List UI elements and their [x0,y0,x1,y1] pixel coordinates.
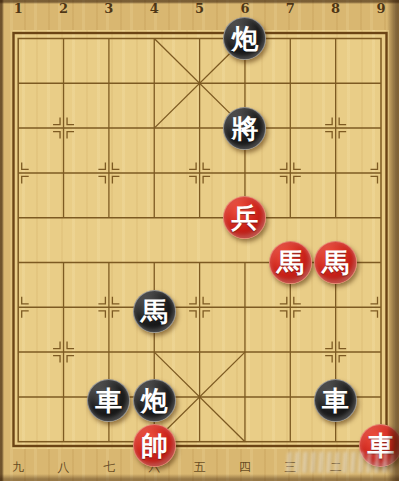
black-general-piece[interactable]: 將 [223,107,266,150]
file-label-top-7: 7 [286,1,295,16]
piece-character: 兵 [231,204,258,231]
cell-f3-r8: 車 [86,374,131,419]
file-label-top-5: 5 [195,1,204,16]
piece-character: 帥 [141,432,168,459]
file-label-top-1: 1 [14,1,23,16]
red-general-piece[interactable]: 帥 [133,424,176,467]
piece-character: 車 [95,387,122,414]
black-cannon-piece[interactable]: 炮 [133,379,176,422]
file-label-top-4: 4 [150,1,159,16]
black-cannon-piece[interactable]: 炮 [223,17,266,60]
black-horse-piece[interactable]: 馬 [133,290,176,333]
red-horse-piece[interactable]: 馬 [269,241,312,284]
cell-f7-r5: 馬 [268,240,313,285]
black-chariot-piece[interactable]: 車 [314,379,357,422]
piece-character: 馬 [322,249,349,276]
red-horse-piece[interactable]: 馬 [314,241,357,284]
file-label-top-3: 3 [104,1,113,16]
piece-character: 車 [322,387,349,414]
watermark-blur [286,452,393,473]
cell-f6-r4: 兵 [222,195,267,240]
file-label-top-9: 9 [376,1,385,16]
pieces-layer: 炮將兵馬馬馬車炮車帥車 [0,16,399,464]
cell-f4-r9: 帥 [132,419,177,464]
file-label-top-6: 6 [240,1,249,16]
cell-f8-r5: 馬 [313,240,358,285]
file-label-top-2: 2 [59,1,68,16]
file-label-top-8: 8 [331,1,340,16]
piece-character: 炮 [231,25,258,52]
black-chariot-piece[interactable]: 車 [87,379,130,422]
xiangqi-board-screenshot: 123456789 九八七六五四三二一 炮將兵馬馬馬車炮車帥車 [0,0,399,481]
piece-character: 馬 [141,298,168,325]
piece-character: 將 [231,115,258,142]
red-soldier-piece[interactable]: 兵 [223,196,266,239]
cell-f6-r2: 將 [222,106,267,151]
piece-character: 炮 [141,387,168,414]
cell-f6-r0: 炮 [222,16,267,61]
cell-f4-r6: 馬 [132,285,177,330]
piece-character: 馬 [277,249,304,276]
cell-f8-r8: 車 [313,374,358,419]
cell-f4-r8: 炮 [132,374,177,419]
